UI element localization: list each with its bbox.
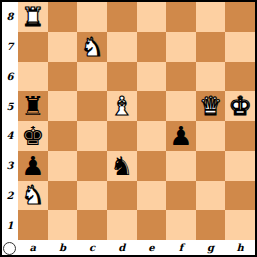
- square-f1[interactable]: [166, 210, 196, 240]
- square-f8[interactable]: [166, 2, 196, 32]
- square-d5[interactable]: ♝: [107, 91, 137, 121]
- white-knight-icon: ♞: [21, 182, 44, 208]
- chess-board[interactable]: ♜♞♜♝♛♚♚♟♟♞♞: [18, 2, 255, 240]
- square-h7[interactable]: [225, 32, 255, 62]
- file-label-f: f: [166, 240, 196, 255]
- square-d1[interactable]: [107, 210, 137, 240]
- rank-label-7: 7: [2, 32, 18, 62]
- square-b5[interactable]: [48, 91, 78, 121]
- black-knight-icon: ♞: [110, 153, 133, 179]
- diagram-inner: 87654321 ♜♞♜♝♛♚♚♟♟♞♞ abcdefgh: [2, 2, 255, 255]
- rank-label-1: 1: [2, 210, 18, 240]
- square-c6[interactable]: [77, 62, 107, 92]
- rank-label-8: 8: [2, 2, 18, 32]
- square-b4[interactable]: [48, 121, 78, 151]
- square-b3[interactable]: [48, 151, 78, 181]
- white-king-icon: ♚: [229, 93, 252, 119]
- white-knight-icon: ♞: [80, 34, 103, 60]
- white-to-move-indicator: [3, 242, 16, 255]
- rank-labels: 87654321: [2, 2, 18, 240]
- square-a8[interactable]: ♜: [18, 2, 48, 32]
- square-h8[interactable]: [225, 2, 255, 32]
- square-h4[interactable]: [225, 121, 255, 151]
- square-b6[interactable]: [48, 62, 78, 92]
- square-c2[interactable]: [77, 181, 107, 211]
- rank-label-6: 6: [2, 62, 18, 92]
- square-b7[interactable]: [48, 32, 78, 62]
- black-king-icon: ♚: [21, 123, 44, 149]
- square-f3[interactable]: [166, 151, 196, 181]
- square-e3[interactable]: [137, 151, 167, 181]
- square-a2[interactable]: ♞: [18, 181, 48, 211]
- square-a5[interactable]: ♜: [18, 91, 48, 121]
- square-h6[interactable]: [225, 62, 255, 92]
- square-b2[interactable]: [48, 181, 78, 211]
- square-c3[interactable]: [77, 151, 107, 181]
- square-g8[interactable]: [196, 2, 226, 32]
- square-c8[interactable]: [77, 2, 107, 32]
- file-label-h: h: [225, 240, 255, 255]
- square-e2[interactable]: [137, 181, 167, 211]
- square-a7[interactable]: [18, 32, 48, 62]
- square-h3[interactable]: [225, 151, 255, 181]
- file-labels: abcdefgh: [18, 240, 255, 255]
- square-d3[interactable]: ♞: [107, 151, 137, 181]
- square-g2[interactable]: [196, 181, 226, 211]
- square-g7[interactable]: [196, 32, 226, 62]
- file-label-e: e: [137, 240, 167, 255]
- square-d8[interactable]: [107, 2, 137, 32]
- file-label-c: c: [77, 240, 107, 255]
- square-d6[interactable]: [107, 62, 137, 92]
- square-d4[interactable]: [107, 121, 137, 151]
- square-g4[interactable]: [196, 121, 226, 151]
- white-rook-icon: ♜: [21, 4, 44, 30]
- square-f2[interactable]: [166, 181, 196, 211]
- file-label-b: b: [48, 240, 78, 255]
- file-label-a: a: [18, 240, 48, 255]
- square-g3[interactable]: [196, 151, 226, 181]
- square-c5[interactable]: [77, 91, 107, 121]
- square-g5[interactable]: ♛: [196, 91, 226, 121]
- square-e1[interactable]: [137, 210, 167, 240]
- square-f5[interactable]: [166, 91, 196, 121]
- square-e4[interactable]: [137, 121, 167, 151]
- square-e8[interactable]: [137, 2, 167, 32]
- square-f6[interactable]: [166, 62, 196, 92]
- square-g6[interactable]: [196, 62, 226, 92]
- square-c1[interactable]: [77, 210, 107, 240]
- white-queen-icon: ♛: [199, 93, 222, 119]
- file-label-d: d: [107, 240, 137, 255]
- square-d2[interactable]: [107, 181, 137, 211]
- square-f4[interactable]: ♟: [166, 121, 196, 151]
- rank-label-5: 5: [2, 91, 18, 121]
- square-a4[interactable]: ♚: [18, 121, 48, 151]
- white-bishop-icon: ♝: [110, 93, 133, 119]
- square-e5[interactable]: [137, 91, 167, 121]
- square-e6[interactable]: [137, 62, 167, 92]
- black-pawn-icon: ♟: [21, 153, 44, 179]
- black-pawn-icon: ♟: [169, 123, 192, 149]
- square-f7[interactable]: [166, 32, 196, 62]
- square-h1[interactable]: [225, 210, 255, 240]
- square-g1[interactable]: [196, 210, 226, 240]
- square-h5[interactable]: ♚: [225, 91, 255, 121]
- square-b1[interactable]: [48, 210, 78, 240]
- square-b8[interactable]: [48, 2, 78, 32]
- square-a3[interactable]: ♟: [18, 151, 48, 181]
- square-a1[interactable]: [18, 210, 48, 240]
- rank-label-2: 2: [2, 181, 18, 211]
- square-e7[interactable]: [137, 32, 167, 62]
- square-c7[interactable]: ♞: [77, 32, 107, 62]
- rank-label-4: 4: [2, 121, 18, 151]
- square-c4[interactable]: [77, 121, 107, 151]
- file-label-g: g: [196, 240, 226, 255]
- square-h2[interactable]: [225, 181, 255, 211]
- square-d7[interactable]: [107, 32, 137, 62]
- chess-diagram: 87654321 ♜♞♜♝♛♚♚♟♟♞♞ abcdefgh: [0, 0, 257, 257]
- black-rook-icon: ♜: [21, 93, 44, 119]
- rank-label-3: 3: [2, 151, 18, 181]
- square-a6[interactable]: [18, 62, 48, 92]
